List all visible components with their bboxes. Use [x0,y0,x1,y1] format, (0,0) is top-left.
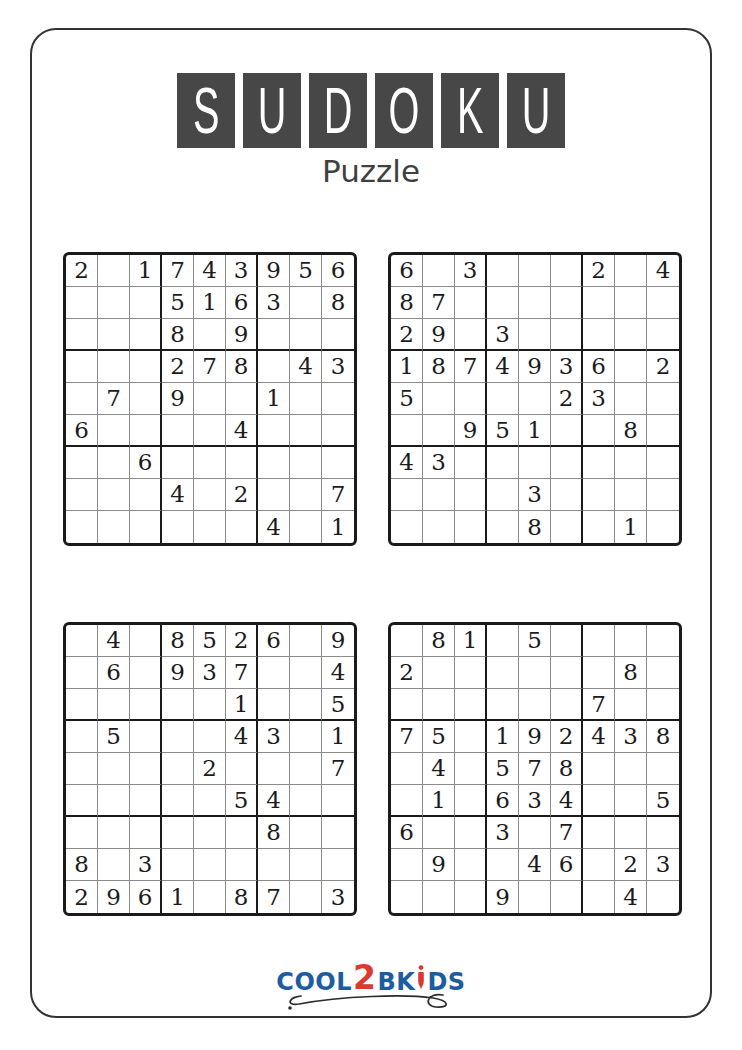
puzzle-top-right-cell-r1c1: 6 [391,255,423,287]
puzzle-top-left-cell-r7c1 [66,447,98,479]
puzzle-bottom-left-cell-r7c5 [194,817,226,849]
puzzle-top-left-cell-r6c6: 4 [226,415,258,447]
puzzle-top-left-cell-r8c8 [290,479,322,511]
puzzle-bottom-right-cell-r8c9: 3 [647,849,679,881]
puzzle-top-left-cell-r2c8 [290,287,322,319]
sudoku-grid-bottom-left: 4852696937415543127548832961873 [63,622,357,916]
puzzle-bottom-right-cell-r9c3 [455,881,487,913]
puzzle-top-right-cell-r6c3: 9 [455,415,487,447]
puzzle-bottom-left-cell-r3c6: 1 [226,689,258,721]
puzzle-bottom-right-cell-r5c9 [647,753,679,785]
puzzle-bottom-left-cell-r9c7: 7 [258,881,290,913]
puzzle-top-left-cell-r2c2 [98,287,130,319]
puzzle-bottom-right-cell-r4c6: 2 [551,721,583,753]
puzzle-bottom-left-cell-r1c9: 9 [322,625,354,657]
puzzle-top-right-cell-r2c7 [583,287,615,319]
puzzle-bottom-left-cell-r5c3 [130,753,162,785]
puzzle-top-left-cell-r1c4: 7 [162,255,194,287]
puzzle-bottom-left-cell-r1c7: 6 [258,625,290,657]
puzzle-top-right-cell-r8c3 [455,479,487,511]
puzzle-bottom-right-cell-r2c9 [647,657,679,689]
puzzle-top-left-cell-r2c1 [66,287,98,319]
puzzle-bottom-left-cell-r6c4 [162,785,194,817]
puzzle-bottom-right-cell-r6c4: 6 [487,785,519,817]
puzzle-top-left-cell-r3c6: 9 [226,319,258,351]
puzzle-top-left-cell-r1c9: 6 [322,255,354,287]
puzzle-top-left-cell-r9c4 [162,511,194,543]
puzzle-top-left-cell-r4c7 [258,351,290,383]
puzzle-bottom-left-cell-r9c5 [194,881,226,913]
puzzle-top-left-cell-r3c3 [130,319,162,351]
puzzle-top-right-cell-r6c1 [391,415,423,447]
puzzle-bottom-left-cell-r9c1: 2 [66,881,98,913]
puzzle-top-right-cell-r8c6 [551,479,583,511]
puzzle-bottom-right-cell-r9c9 [647,881,679,913]
puzzle-bottom-right-cell-r4c2: 5 [423,721,455,753]
puzzle-top-left-cell-r8c6: 2 [226,479,258,511]
puzzle-bottom-right-cell-r9c5 [519,881,551,913]
puzzle-bottom-left-cell-r9c9: 3 [322,881,354,913]
puzzle-top-left-cell-r4c1 [66,351,98,383]
puzzle-top-left-cell-r8c2 [98,479,130,511]
puzzle-top-right-cell-r5c1: 5 [391,383,423,415]
printable-sudoku-page: S U D O K U Puzzle 217439565163889278437… [0,0,742,1050]
puzzle-bottom-left-cell-r1c1 [66,625,98,657]
puzzle-bottom-right-cell-r5c3 [455,753,487,785]
puzzle-top-left-cell-r1c5: 4 [194,255,226,287]
puzzle-top-left-cell-r5c7: 1 [258,383,290,415]
puzzle-top-right-cell-r8c7 [583,479,615,511]
page-subtitle: Puzzle [0,153,742,189]
puzzle-top-right-cell-r3c2: 9 [423,319,455,351]
puzzle-top-left-cell-r5c3 [130,383,162,415]
puzzle-top-left-cell-r7c3: 6 [130,447,162,479]
puzzle-bottom-left-cell-r1c8 [290,625,322,657]
puzzle-top-right-cell-r8c5: 3 [519,479,551,511]
puzzle-bottom-right-cell-r8c5: 4 [519,849,551,881]
puzzle-top-left-cell-r8c7 [258,479,290,511]
puzzle-bottom-left-cell-r4c3 [130,721,162,753]
puzzle-top-right-cell-r7c9 [647,447,679,479]
logo-swash-underline [281,989,461,1013]
puzzle-top-right-cell-r7c1: 4 [391,447,423,479]
puzzle-bottom-right-cell-r8c8: 2 [615,849,647,881]
puzzle-top-left-cell-r7c8 [290,447,322,479]
title-letter: S [193,79,219,143]
title-letter: O [389,79,420,143]
puzzle-top-left-cell-r7c5 [194,447,226,479]
puzzle-top-left-cell-r8c5 [194,479,226,511]
puzzle-top-left-cell-r2c3 [130,287,162,319]
title-letter-tile: K [441,73,499,148]
puzzle-top-left-cell-r7c6 [226,447,258,479]
puzzle-top-left-cell-r8c1 [66,479,98,511]
puzzle-top-right-cell-r7c6 [551,447,583,479]
puzzle-bottom-right-cell-r3c7: 7 [583,689,615,721]
puzzle-top-right-cell-r6c4: 5 [487,415,519,447]
puzzle-top-right-cell-r3c4: 3 [487,319,519,351]
puzzle-top-right-cell-r7c8 [615,447,647,479]
puzzle-top-left-cell-r4c4: 2 [162,351,194,383]
puzzle-bottom-right-cell-r8c1 [391,849,423,881]
puzzle-bottom-left-cell-r3c7 [258,689,290,721]
puzzle-bottom-right-cell-r2c3 [455,657,487,689]
puzzle-top-right-cell-r9c7 [583,511,615,543]
puzzle-bottom-left-cell-r5c8 [290,753,322,785]
puzzle-bottom-right-cell-r5c6: 8 [551,753,583,785]
puzzle-top-right-cell-r8c8 [615,479,647,511]
puzzle-top-left-cell-r9c7: 4 [258,511,290,543]
puzzle-bottom-left-cell-r4c6: 4 [226,721,258,753]
puzzle-bottom-left-cell-r6c7: 4 [258,785,290,817]
puzzle-top-left-cell-r9c6 [226,511,258,543]
puzzle-top-right-cell-r2c5 [519,287,551,319]
puzzle-bottom-left-cell-r3c3 [130,689,162,721]
puzzle-top-left-cell-r4c6: 8 [226,351,258,383]
puzzle-top-right-cell-r8c1 [391,479,423,511]
puzzle-bottom-right-cell-r7c5 [519,817,551,849]
puzzle-bottom-left-cell-r1c3 [130,625,162,657]
puzzle-top-right-cell-r1c6 [551,255,583,287]
puzzle-bottom-right-cell-r4c9: 8 [647,721,679,753]
puzzle-top-left-cell-r5c4: 9 [162,383,194,415]
title-sudoku: S U D O K U [0,73,742,148]
puzzle-bottom-right-cell-r8c6: 6 [551,849,583,881]
puzzle-top-right-cell-r7c4 [487,447,519,479]
puzzle-top-left-cell-r5c9 [322,383,354,415]
puzzle-bottom-left-cell-r4c7: 3 [258,721,290,753]
title-letter-tile: U [507,73,565,148]
puzzle-bottom-left-cell-r7c3 [130,817,162,849]
puzzle-bottom-left-cell-r8c5 [194,849,226,881]
puzzle-top-right-cell-r4c4: 4 [487,351,519,383]
puzzle-bottom-left-cell-r6c6: 5 [226,785,258,817]
puzzle-top-left-cell-r6c2 [98,415,130,447]
puzzle-top-right-cell-r8c4 [487,479,519,511]
puzzle-bottom-left-cell-r1c6: 2 [226,625,258,657]
puzzle-bottom-right-cell-r2c8: 8 [615,657,647,689]
puzzle-bottom-left-cell-r1c5: 5 [194,625,226,657]
puzzle-bottom-right-cell-r2c5 [519,657,551,689]
puzzle-bottom-left-cell-r3c9: 5 [322,689,354,721]
puzzle-bottom-left-cell-r6c3 [130,785,162,817]
puzzle-bottom-right-cell-r6c1 [391,785,423,817]
puzzle-bottom-right-cell-r5c1 [391,753,423,785]
puzzle-top-right-cell-r2c6 [551,287,583,319]
puzzle-top-right-cell-r2c8 [615,287,647,319]
puzzle-top-left-cell-r2c6: 6 [226,287,258,319]
puzzle-top-left-cell-r9c9: 1 [322,511,354,543]
puzzle-bottom-right-cell-r4c5: 9 [519,721,551,753]
puzzle-bottom-left-cell-r8c1: 8 [66,849,98,881]
puzzle-bottom-left-cell-r4c9: 1 [322,721,354,753]
puzzle-bottom-left-cell-r6c1 [66,785,98,817]
title-letter: D [324,79,353,143]
puzzle-top-left-cell-r6c4 [162,415,194,447]
puzzle-top-right-cell-r3c1: 2 [391,319,423,351]
puzzle-top-right-cell-r8c9 [647,479,679,511]
puzzle-top-right-cell-r5c8 [615,383,647,415]
puzzle-bottom-left-cell-r8c3: 3 [130,849,162,881]
puzzle-top-right-cell-r5c7: 3 [583,383,615,415]
puzzle-bottom-right-cell-r7c2 [423,817,455,849]
cool2bkids-logo: COOL 2 BK DS [0,961,742,1013]
puzzle-top-left-cell-r1c6: 3 [226,255,258,287]
puzzle-bottom-right-cell-r3c2 [423,689,455,721]
puzzle-top-left-cell-r5c6 [226,383,258,415]
puzzle-bottom-right-cell-r9c7 [583,881,615,913]
puzzle-bottom-left-cell-r2c9: 4 [322,657,354,689]
puzzle-top-right-cell-r9c4 [487,511,519,543]
puzzle-top-left-cell-r9c3 [130,511,162,543]
puzzle-bottom-right-cell-r7c8 [615,817,647,849]
puzzle-top-right-cell-r9c5: 8 [519,511,551,543]
puzzle-bottom-left-cell-r5c2 [98,753,130,785]
puzzle-top-right-cell-r2c1: 8 [391,287,423,319]
puzzle-bottom-left-cell-r8c9 [322,849,354,881]
puzzle-bottom-left-cell-r8c8 [290,849,322,881]
puzzle-bottom-left-cell-r3c8 [290,689,322,721]
puzzle-top-right-cell-r5c9 [647,383,679,415]
puzzle-bottom-left-cell-r4c2: 5 [98,721,130,753]
puzzle-top-right-cell-r6c5: 1 [519,415,551,447]
puzzle-top-right-cell-r4c9: 2 [647,351,679,383]
puzzle-bottom-right-cell-r5c2: 4 [423,753,455,785]
puzzle-bottom-left-cell-r6c2 [98,785,130,817]
puzzle-bottom-left-cell-r7c8 [290,817,322,849]
puzzle-top-left-cell-r2c7: 3 [258,287,290,319]
puzzle-top-right-cell-r5c6: 2 [551,383,583,415]
puzzle-bottom-right-cell-r6c7 [583,785,615,817]
title-letter-tile: D [309,73,367,148]
title-letter: U [522,79,551,143]
puzzle-top-right-cell-r1c3: 3 [455,255,487,287]
puzzle-top-left-cell-r1c2 [98,255,130,287]
puzzle-top-left-cell-r2c5: 1 [194,287,226,319]
puzzle-bottom-left-cell-r1c2: 4 [98,625,130,657]
puzzle-bottom-right-cell-r5c5: 7 [519,753,551,785]
puzzle-bottom-left-cell-r5c4 [162,753,194,785]
puzzle-bottom-right-cell-r6c6: 4 [551,785,583,817]
puzzle-bottom-left-cell-r9c3: 6 [130,881,162,913]
puzzle-bottom-left-cell-r2c5: 3 [194,657,226,689]
puzzle-top-left-cell-r7c4 [162,447,194,479]
puzzle-top-right-cell-r7c5 [519,447,551,479]
puzzle-bottom-right-cell-r1c4 [487,625,519,657]
puzzle-bottom-left-cell-r5c1 [66,753,98,785]
puzzle-bottom-left-cell-r8c2 [98,849,130,881]
puzzle-bottom-right-cell-r3c1 [391,689,423,721]
puzzle-bottom-left-cell-r5c7 [258,753,290,785]
puzzle-bottom-right-cell-r7c3 [455,817,487,849]
puzzle-bottom-left-cell-r8c6 [226,849,258,881]
puzzle-top-right-cell-r2c9 [647,287,679,319]
puzzle-top-left-cell-r6c3 [130,415,162,447]
puzzle-bottom-left-cell-r3c5 [194,689,226,721]
puzzle-bottom-right-cell-r3c8 [615,689,647,721]
puzzle-top-right-cell-r7c2: 3 [423,447,455,479]
puzzle-bottom-right-cell-r9c6 [551,881,583,913]
puzzle-bottom-left-cell-r9c2: 9 [98,881,130,913]
puzzle-top-left-cell-r4c9: 3 [322,351,354,383]
puzzle-bottom-right-cell-r3c3 [455,689,487,721]
puzzle-top-right-cell-r6c6 [551,415,583,447]
puzzle-top-right-cell-r1c8 [615,255,647,287]
puzzle-bottom-right-cell-r3c9 [647,689,679,721]
puzzle-bottom-right-cell-r8c7 [583,849,615,881]
puzzle-bottom-left-cell-r7c4 [162,817,194,849]
puzzle-top-right-cell-r2c3 [455,287,487,319]
puzzle-bottom-left-cell-r8c4 [162,849,194,881]
puzzle-bottom-right-cell-r4c4: 1 [487,721,519,753]
puzzle-bottom-right-cell-r1c2: 8 [423,625,455,657]
puzzle-bottom-right-cell-r9c2 [423,881,455,913]
puzzle-bottom-right-cell-r3c4 [487,689,519,721]
puzzle-bottom-right-cell-r1c8 [615,625,647,657]
puzzle-bottom-left-cell-r2c7 [258,657,290,689]
puzzle-top-right-cell-r3c8 [615,319,647,351]
puzzle-top-left-cell-r8c3 [130,479,162,511]
puzzle-top-left-cell-r7c9 [322,447,354,479]
puzzle-bottom-right-cell-r2c1: 2 [391,657,423,689]
puzzle-bottom-left-cell-r7c6 [226,817,258,849]
puzzle-bottom-left-cell-r4c8 [290,721,322,753]
puzzle-top-right-cell-r5c5 [519,383,551,415]
sudoku-grid-top-left: 2174395651638892784379164642741 [63,252,357,546]
puzzle-bottom-left-cell-r9c8 [290,881,322,913]
puzzle-bottom-left-cell-r6c5 [194,785,226,817]
puzzle-top-left-cell-r6c7 [258,415,290,447]
puzzle-bottom-left-cell-r7c2 [98,817,130,849]
puzzle-top-right-cell-r1c7: 2 [583,255,615,287]
puzzle-top-left-cell-r2c9: 8 [322,287,354,319]
puzzle-top-right-cell-r4c1: 1 [391,351,423,383]
puzzle-top-right-cell-r4c5: 9 [519,351,551,383]
puzzle-bottom-right-cell-r3c5 [519,689,551,721]
puzzle-top-right-cell-r3c3 [455,319,487,351]
puzzle-top-left-cell-r9c1 [66,511,98,543]
title-letter: K [457,79,483,143]
puzzle-top-right-cell-r6c9 [647,415,679,447]
puzzle-bottom-right-cell-r2c2 [423,657,455,689]
puzzle-bottom-right-cell-r9c1 [391,881,423,913]
puzzle-top-left-cell-r7c2 [98,447,130,479]
puzzle-bottom-right-cell-r8c4 [487,849,519,881]
puzzle-bottom-left-cell-r6c8 [290,785,322,817]
puzzle-top-right-cell-r4c6: 3 [551,351,583,383]
sudoku-grid-top-right: 63248729318749362523951843381 [388,252,682,546]
puzzle-top-right-cell-r9c9 [647,511,679,543]
puzzle-top-right-cell-r9c2 [423,511,455,543]
puzzle-bottom-left-cell-r8c7 [258,849,290,881]
puzzle-bottom-left-cell-r9c6: 8 [226,881,258,913]
puzzle-bottom-right-cell-r1c9 [647,625,679,657]
puzzle-top-right-cell-r3c7 [583,319,615,351]
puzzle-top-left-cell-r3c7 [258,319,290,351]
puzzle-top-left-cell-r6c9 [322,415,354,447]
title-letter-tile: O [375,73,433,148]
puzzle-top-right-cell-r2c4 [487,287,519,319]
puzzle-top-right-cell-r9c6 [551,511,583,543]
title-letter: U [258,79,287,143]
puzzle-bottom-right-cell-r7c4: 3 [487,817,519,849]
puzzle-bottom-right-cell-r7c7 [583,817,615,849]
puzzle-top-left-cell-r8c4: 4 [162,479,194,511]
puzzle-bottom-right-cell-r2c7 [583,657,615,689]
puzzle-top-left-cell-r6c1: 6 [66,415,98,447]
puzzle-top-right-cell-r7c3 [455,447,487,479]
puzzle-top-right-cell-r1c4 [487,255,519,287]
puzzle-top-left-cell-r4c2 [98,351,130,383]
puzzle-bottom-right-cell-r7c9 [647,817,679,849]
puzzle-top-left-cell-r4c3 [130,351,162,383]
puzzle-bottom-left-cell-r9c4: 1 [162,881,194,913]
puzzle-bottom-right-cell-r2c6 [551,657,583,689]
puzzle-bottom-right-cell-r6c3 [455,785,487,817]
puzzle-top-right-cell-r9c3 [455,511,487,543]
puzzle-bottom-right-cell-r6c2: 1 [423,785,455,817]
puzzle-top-right-cell-r2c2: 7 [423,287,455,319]
puzzle-top-left-cell-r4c8: 4 [290,351,322,383]
puzzle-bottom-left-cell-r4c4 [162,721,194,753]
puzzle-top-left-cell-r9c2 [98,511,130,543]
puzzle-top-right-cell-r4c7: 6 [583,351,615,383]
puzzle-bottom-left-cell-r2c8 [290,657,322,689]
puzzle-bottom-right-cell-r2c4 [487,657,519,689]
puzzle-bottom-left-cell-r2c4: 9 [162,657,194,689]
puzzle-bottom-left-cell-r3c1 [66,689,98,721]
puzzle-top-right-cell-r7c7 [583,447,615,479]
puzzle-bottom-right-cell-r6c5: 3 [519,785,551,817]
puzzle-top-right-cell-r9c1 [391,511,423,543]
puzzle-bottom-right-cell-r9c8: 4 [615,881,647,913]
puzzle-top-right-cell-r5c2 [423,383,455,415]
puzzle-bottom-left-cell-r5c5: 2 [194,753,226,785]
puzzle-bottom-right-cell-r3c6 [551,689,583,721]
puzzle-top-left-cell-r6c5 [194,415,226,447]
puzzle-top-left-cell-r9c5 [194,511,226,543]
puzzle-bottom-left-cell-r2c2: 6 [98,657,130,689]
puzzle-bottom-right-cell-r6c9: 5 [647,785,679,817]
puzzle-bottom-right-cell-r8c2: 9 [423,849,455,881]
puzzle-top-left-cell-r5c8 [290,383,322,415]
puzzle-bottom-right-cell-r4c3 [455,721,487,753]
puzzle-top-right-cell-r6c2 [423,415,455,447]
puzzle-top-left-cell-r3c8 [290,319,322,351]
title-letter-tile: U [243,73,301,148]
puzzle-top-right-cell-r4c3: 7 [455,351,487,383]
puzzle-top-right-cell-r3c5 [519,319,551,351]
puzzle-top-right-cell-r4c2: 8 [423,351,455,383]
puzzle-top-left-cell-r2c4: 5 [162,287,194,319]
puzzle-bottom-right-cell-r6c8 [615,785,647,817]
puzzle-bottom-right-cell-r1c3: 1 [455,625,487,657]
puzzle-bottom-left-cell-r4c1 [66,721,98,753]
puzzle-top-right-cell-r5c3 [455,383,487,415]
puzzle-top-right-cell-r1c9: 4 [647,255,679,287]
puzzle-top-left-cell-r6c8 [290,415,322,447]
puzzle-top-left-cell-r5c2: 7 [98,383,130,415]
puzzle-top-left-cell-r1c3: 1 [130,255,162,287]
puzzle-bottom-left-cell-r2c6: 7 [226,657,258,689]
puzzle-top-right-cell-r1c5 [519,255,551,287]
puzzle-bottom-left-cell-r2c3 [130,657,162,689]
puzzle-top-left-cell-r1c1: 2 [66,255,98,287]
puzzle-bottom-left-cell-r3c2 [98,689,130,721]
puzzle-top-left-cell-r3c4: 8 [162,319,194,351]
puzzle-bottom-right-cell-r1c6 [551,625,583,657]
puzzle-top-left-cell-r3c9 [322,319,354,351]
